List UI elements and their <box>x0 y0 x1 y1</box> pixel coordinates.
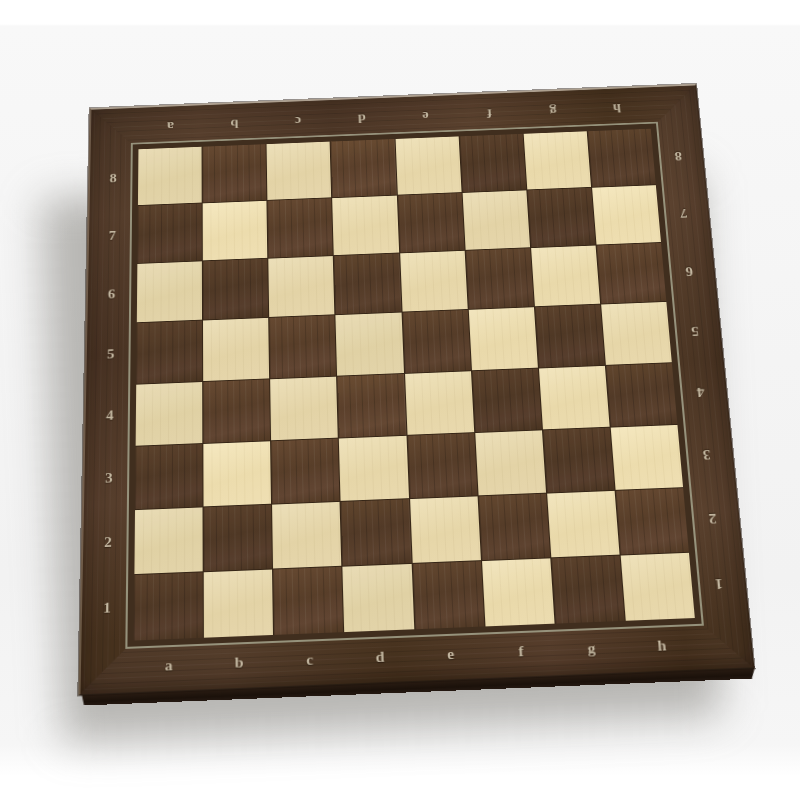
square-h6 <box>596 243 666 304</box>
square-a2 <box>134 507 202 574</box>
square-f4 <box>472 368 542 432</box>
square-e7 <box>397 193 464 253</box>
square-g6 <box>531 246 600 307</box>
playing-field <box>125 122 704 649</box>
square-c5 <box>269 316 336 378</box>
square-g3 <box>543 427 615 492</box>
square-h1 <box>621 553 695 621</box>
square-d8 <box>331 139 396 197</box>
square-f7 <box>462 190 530 250</box>
square-a5 <box>136 321 202 383</box>
square-d3 <box>339 435 408 500</box>
square-c4 <box>270 376 338 440</box>
square-d1 <box>343 564 414 632</box>
square-d2 <box>341 499 411 566</box>
square-f6 <box>465 248 533 309</box>
square-c3 <box>271 438 340 503</box>
square-g8 <box>523 131 591 189</box>
square-c8 <box>267 142 332 200</box>
square-d4 <box>337 373 406 437</box>
square-b6 <box>203 259 268 320</box>
square-h3 <box>611 425 683 490</box>
square-c7 <box>268 198 333 258</box>
board-scene: abcdefgh abcdefgh 87654321 87654321 <box>78 84 754 696</box>
square-b1 <box>204 569 273 637</box>
square-g5 <box>535 305 605 367</box>
square-h8 <box>588 129 656 187</box>
square-f8 <box>459 134 526 192</box>
square-e4 <box>405 371 474 435</box>
square-a6 <box>137 262 202 323</box>
square-c1 <box>273 567 343 635</box>
square-a3 <box>135 444 203 509</box>
square-b5 <box>203 318 269 380</box>
photo-backdrop: abcdefgh abcdefgh 87654321 87654321 <box>0 0 800 800</box>
square-g4 <box>539 365 610 429</box>
square-f2 <box>478 493 550 560</box>
square-e8 <box>395 136 461 194</box>
square-f5 <box>468 308 537 370</box>
square-a8 <box>138 147 202 205</box>
squares-grid <box>134 129 695 641</box>
square-e2 <box>410 496 481 563</box>
square-f3 <box>475 430 546 495</box>
square-a4 <box>136 382 203 446</box>
square-e3 <box>407 433 477 498</box>
square-g1 <box>551 555 624 623</box>
square-e6 <box>400 251 468 312</box>
square-f1 <box>482 558 555 626</box>
square-b4 <box>203 379 270 443</box>
square-a7 <box>137 204 202 264</box>
square-e1 <box>412 561 484 629</box>
square-b3 <box>203 441 271 506</box>
square-e5 <box>402 310 470 372</box>
square-b7 <box>203 201 268 261</box>
square-d6 <box>334 254 401 315</box>
square-a1 <box>134 572 203 640</box>
square-d5 <box>336 313 404 375</box>
square-c2 <box>272 502 341 569</box>
square-h4 <box>606 363 678 427</box>
square-g2 <box>547 491 620 558</box>
square-c6 <box>269 256 335 317</box>
square-h7 <box>592 185 661 245</box>
square-h5 <box>601 302 672 364</box>
square-d7 <box>332 196 398 256</box>
square-h2 <box>615 488 688 555</box>
square-b8 <box>203 144 267 202</box>
square-b2 <box>204 504 273 571</box>
chess-board: abcdefgh abcdefgh 87654321 87654321 <box>78 84 754 696</box>
square-g7 <box>527 188 595 248</box>
